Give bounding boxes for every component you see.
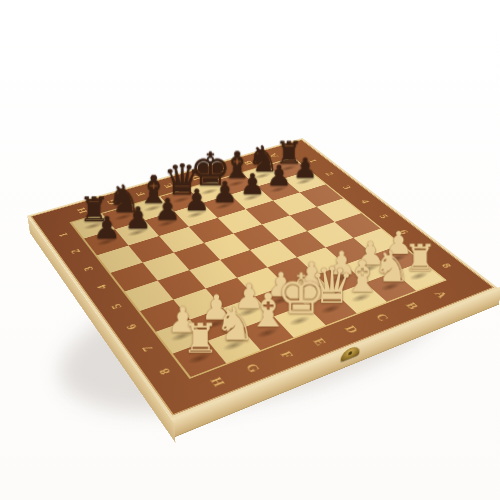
rank-label: 2 [54, 241, 95, 263]
board-3d-wrapper: HGFEDCBA HGFEDCBA 12345678 12345678 ♜♞♝♛… [27, 138, 498, 419]
product-photo: HGFEDCBA HGFEDCBA 12345678 12345678 ♜♞♝♛… [0, 0, 500, 500]
rank-label: 8 [140, 356, 189, 387]
scene: HGFEDCBA HGFEDCBA 12345678 12345678 ♜♞♝♛… [0, 0, 500, 500]
brass-clasp-icon [341, 344, 361, 362]
piece-light-rook: ♜ [175, 319, 226, 360]
chess-board: HGFEDCBA HGFEDCBA 12345678 12345678 ♜♞♝♛… [27, 138, 498, 419]
rank-label: 4 [345, 192, 384, 211]
